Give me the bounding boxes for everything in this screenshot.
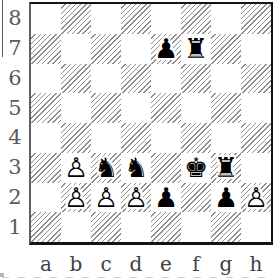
square-d2[interactable]: ♟♙ [121, 183, 151, 213]
square-d8[interactable] [121, 4, 151, 34]
square-b6[interactable] [61, 64, 91, 94]
piece-black-pawn: ♟ [154, 184, 178, 211]
square-e4[interactable] [151, 123, 181, 153]
square-d4[interactable] [121, 123, 151, 153]
square-f7[interactable]: ♜ [181, 34, 211, 64]
square-b1[interactable] [61, 212, 91, 242]
square-b5[interactable] [61, 93, 91, 123]
square-g6[interactable] [211, 64, 241, 94]
chess-diagram: 87654321 ♟♜♟♙♞♞♚♜♟♙♟♙♟♙♟♟♟♙ abcdefgh [0, 0, 279, 279]
square-a2[interactable] [31, 183, 61, 213]
square-c3[interactable]: ♞ [91, 153, 121, 183]
piece-white-pawn: ♙ [124, 184, 148, 211]
square-e7[interactable]: ♟ [151, 34, 181, 64]
square-e1[interactable] [151, 212, 181, 242]
rank-labels: 87654321 [2, 3, 28, 242]
square-f8[interactable] [181, 4, 211, 34]
square-a8[interactable] [31, 4, 61, 34]
square-h4[interactable] [241, 123, 271, 153]
rank-label-2: 2 [2, 182, 28, 212]
square-e3[interactable] [151, 153, 181, 183]
square-h5[interactable] [241, 93, 271, 123]
square-b2[interactable]: ♟♙ [61, 183, 91, 213]
rank-label-7: 7 [2, 33, 28, 63]
piece-black-pawn: ♟ [154, 35, 178, 62]
square-c7[interactable] [91, 34, 121, 64]
piece-white-pawn: ♙ [244, 184, 268, 211]
square-c4[interactable] [91, 123, 121, 153]
rank-label-8: 8 [2, 3, 28, 33]
rank-label-6: 6 [2, 63, 28, 93]
square-a6[interactable] [31, 64, 61, 94]
piece-black-rook: ♜ [214, 154, 238, 181]
piece-black-knight: ♞ [124, 154, 148, 181]
square-g1[interactable] [211, 212, 241, 242]
square-c2[interactable]: ♟♙ [91, 183, 121, 213]
square-h3[interactable] [241, 153, 271, 183]
square-h8[interactable] [241, 4, 271, 34]
file-label-a: a [31, 252, 61, 276]
piece-black-pawn: ♟ [214, 184, 238, 211]
file-label-c: c [91, 252, 121, 276]
square-h2[interactable]: ♟♙ [241, 183, 271, 213]
square-f6[interactable] [181, 64, 211, 94]
file-label-d: d [121, 252, 151, 276]
square-g5[interactable] [211, 93, 241, 123]
piece-black-rook: ♜ [184, 35, 208, 62]
square-h7[interactable] [241, 34, 271, 64]
square-f5[interactable] [181, 93, 211, 123]
square-e6[interactable] [151, 64, 181, 94]
square-e8[interactable] [151, 4, 181, 34]
piece-white-pawn: ♙ [94, 184, 118, 211]
rank-label-1: 1 [2, 212, 28, 242]
square-a1[interactable] [31, 212, 61, 242]
square-d3[interactable]: ♞ [121, 153, 151, 183]
square-g2[interactable]: ♟ [211, 183, 241, 213]
piece-white-pawn: ♙ [64, 184, 88, 211]
square-b8[interactable] [61, 4, 91, 34]
square-d6[interactable] [121, 64, 151, 94]
square-c5[interactable] [91, 93, 121, 123]
page-frame-line-bottom [2, 277, 274, 278]
piece-black-king: ♚ [184, 154, 208, 181]
square-e2[interactable]: ♟ [151, 183, 181, 213]
file-label-f: f [181, 252, 211, 276]
square-f3[interactable]: ♚ [181, 153, 211, 183]
square-h6[interactable] [241, 64, 271, 94]
square-a3[interactable] [31, 153, 61, 183]
square-b3[interactable]: ♟♙ [61, 153, 91, 183]
file-labels: abcdefgh [31, 252, 271, 276]
square-f1[interactable] [181, 212, 211, 242]
file-label-h: h [241, 252, 271, 276]
file-label-e: e [151, 252, 181, 276]
chess-board: ♟♜♟♙♞♞♚♜♟♙♟♙♟♙♟♟♟♙ [29, 2, 273, 245]
rank-label-5: 5 [2, 93, 28, 123]
rank-label-4: 4 [2, 123, 28, 153]
square-d1[interactable] [121, 212, 151, 242]
square-a4[interactable] [31, 123, 61, 153]
square-f2[interactable] [181, 183, 211, 213]
square-a5[interactable] [31, 93, 61, 123]
square-g7[interactable] [211, 34, 241, 64]
square-h1[interactable] [241, 212, 271, 242]
square-c1[interactable] [91, 212, 121, 242]
square-f4[interactable] [181, 123, 211, 153]
square-g8[interactable] [211, 4, 241, 34]
file-label-g: g [211, 252, 241, 276]
square-b7[interactable] [61, 34, 91, 64]
square-d5[interactable] [121, 93, 151, 123]
piece-white-pawn: ♙ [64, 154, 88, 181]
piece-black-knight: ♞ [94, 154, 118, 181]
square-a7[interactable] [31, 34, 61, 64]
square-c8[interactable] [91, 4, 121, 34]
square-b4[interactable] [61, 123, 91, 153]
square-c6[interactable] [91, 64, 121, 94]
square-e5[interactable] [151, 93, 181, 123]
file-label-b: b [61, 252, 91, 276]
rank-label-3: 3 [2, 152, 28, 182]
square-g3[interactable]: ♜ [211, 153, 241, 183]
square-d7[interactable] [121, 34, 151, 64]
square-g4[interactable] [211, 123, 241, 153]
